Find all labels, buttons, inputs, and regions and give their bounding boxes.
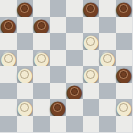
white-man-glyph: ● bbox=[16, 100, 33, 114]
square-d6[interactable] bbox=[50, 33, 67, 50]
white-man[interactable]: ● bbox=[18, 67, 32, 81]
square-e2[interactable] bbox=[66, 99, 83, 116]
square-c5[interactable]: ● bbox=[33, 50, 50, 67]
square-c7[interactable]: ● bbox=[33, 17, 50, 34]
square-d8[interactable] bbox=[50, 0, 67, 17]
white-man-glyph: ● bbox=[16, 67, 33, 81]
square-g8[interactable] bbox=[99, 0, 116, 17]
square-h1[interactable] bbox=[116, 116, 133, 133]
square-g4[interactable] bbox=[99, 66, 116, 83]
white-man-glyph: ● bbox=[33, 50, 50, 64]
square-b6[interactable] bbox=[17, 33, 34, 50]
square-g1[interactable] bbox=[99, 116, 116, 133]
square-a5[interactable]: ● bbox=[0, 50, 17, 67]
square-a3[interactable] bbox=[0, 83, 17, 100]
checkers-board: ●●●●●●●●●●●●●●●● bbox=[0, 0, 132, 132]
black-man[interactable]: ● bbox=[117, 1, 131, 15]
white-man-glyph: ● bbox=[115, 100, 132, 114]
white-man-glyph: ● bbox=[82, 67, 99, 81]
white-man[interactable]: ● bbox=[1, 51, 15, 65]
square-f1[interactable] bbox=[83, 116, 100, 133]
square-b7[interactable] bbox=[17, 17, 34, 34]
square-b1[interactable] bbox=[17, 116, 34, 133]
square-e3[interactable]: ● bbox=[66, 83, 83, 100]
square-h7[interactable] bbox=[116, 17, 133, 34]
white-man-glyph: ● bbox=[99, 50, 116, 64]
square-g5[interactable]: ● bbox=[99, 50, 116, 67]
white-man-glyph: ● bbox=[82, 34, 99, 48]
square-d7[interactable] bbox=[50, 17, 67, 34]
square-h4[interactable]: ● bbox=[116, 66, 133, 83]
black-man-glyph: ● bbox=[82, 1, 99, 15]
square-g3[interactable] bbox=[99, 83, 116, 100]
square-a1[interactable] bbox=[0, 116, 17, 133]
square-c3[interactable] bbox=[33, 83, 50, 100]
square-a2[interactable] bbox=[0, 99, 17, 116]
square-b8[interactable]: ● bbox=[17, 0, 34, 17]
white-man[interactable]: ● bbox=[34, 51, 48, 65]
square-a4[interactable] bbox=[0, 66, 17, 83]
black-man[interactable]: ● bbox=[67, 84, 81, 98]
square-a7[interactable]: ● bbox=[0, 17, 17, 34]
white-man-glyph: ● bbox=[0, 50, 17, 64]
white-man[interactable]: ● bbox=[84, 34, 98, 48]
square-f8[interactable]: ● bbox=[83, 0, 100, 17]
square-f6[interactable]: ● bbox=[83, 33, 100, 50]
square-e7[interactable] bbox=[66, 17, 83, 34]
black-man-glyph: ● bbox=[16, 1, 33, 15]
square-e5[interactable] bbox=[66, 50, 83, 67]
square-h6[interactable] bbox=[116, 33, 133, 50]
square-c1[interactable] bbox=[33, 116, 50, 133]
square-e1[interactable] bbox=[66, 116, 83, 133]
black-man[interactable]: ● bbox=[84, 1, 98, 15]
square-e6[interactable] bbox=[66, 33, 83, 50]
square-f2[interactable] bbox=[83, 99, 100, 116]
square-g7[interactable] bbox=[99, 17, 116, 34]
white-man[interactable]: ● bbox=[117, 100, 131, 114]
black-man-glyph: ● bbox=[0, 17, 17, 31]
black-man[interactable]: ● bbox=[1, 18, 15, 32]
black-man-glyph: ● bbox=[115, 67, 132, 81]
square-f3[interactable] bbox=[83, 83, 100, 100]
white-man[interactable]: ● bbox=[18, 100, 32, 114]
black-man[interactable]: ● bbox=[18, 1, 32, 15]
square-h2[interactable]: ● bbox=[116, 99, 133, 116]
square-c2[interactable] bbox=[33, 99, 50, 116]
black-man-glyph: ● bbox=[33, 17, 50, 31]
black-man-glyph: ● bbox=[49, 100, 66, 114]
square-g2[interactable] bbox=[99, 99, 116, 116]
black-man[interactable]: ● bbox=[51, 100, 65, 114]
square-e8[interactable] bbox=[66, 0, 83, 17]
square-f4[interactable]: ● bbox=[83, 66, 100, 83]
square-c4[interactable] bbox=[33, 66, 50, 83]
square-h8[interactable]: ● bbox=[116, 0, 133, 17]
white-man[interactable]: ● bbox=[100, 51, 114, 65]
square-d4[interactable] bbox=[50, 66, 67, 83]
black-man-glyph: ● bbox=[115, 1, 132, 15]
black-man-glyph: ● bbox=[66, 83, 83, 97]
black-man[interactable]: ● bbox=[117, 67, 131, 81]
white-man[interactable]: ● bbox=[84, 67, 98, 81]
square-d2[interactable]: ● bbox=[50, 99, 67, 116]
square-d5[interactable] bbox=[50, 50, 67, 67]
square-b2[interactable]: ● bbox=[17, 99, 34, 116]
square-d1[interactable] bbox=[50, 116, 67, 133]
black-man[interactable]: ● bbox=[34, 18, 48, 32]
square-b4[interactable]: ● bbox=[17, 66, 34, 83]
